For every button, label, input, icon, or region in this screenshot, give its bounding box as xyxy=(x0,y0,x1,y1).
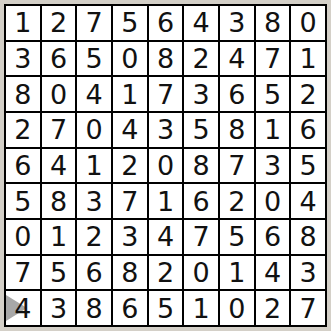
cell-digit: 6 xyxy=(193,188,210,215)
cell-digit: 2 xyxy=(14,116,31,143)
cell-digit: 4 xyxy=(264,259,281,286)
cell-digit: 0 xyxy=(264,188,281,215)
cell-r8c4[interactable]: 8 xyxy=(113,256,147,290)
cell-r3c7[interactable]: 6 xyxy=(220,77,254,111)
cell-digit: 0 xyxy=(193,259,210,286)
cell-digit: 2 xyxy=(121,152,138,179)
cell-digit: 4 xyxy=(121,116,138,143)
cell-r6c9[interactable]: 4 xyxy=(291,184,325,218)
cell-digit: 5 xyxy=(14,188,31,215)
cell-r5c2[interactable]: 4 xyxy=(42,149,76,183)
cell-r4c3[interactable]: 0 xyxy=(77,113,111,147)
cell-digit: 5 xyxy=(50,259,67,286)
cell-r7c8[interactable]: 6 xyxy=(256,220,290,254)
puzzle-screen: 1275643803650824718041736522704358166412… xyxy=(0,0,331,331)
cell-r4c4[interactable]: 4 xyxy=(113,113,147,147)
cell-digit: 7 xyxy=(121,188,138,215)
cell-digit: 0 xyxy=(121,45,138,72)
cell-r7c7[interactable]: 5 xyxy=(220,220,254,254)
cell-r2c3[interactable]: 5 xyxy=(77,42,111,76)
cell-r3c8[interactable]: 5 xyxy=(256,77,290,111)
cell-digit: 2 xyxy=(193,45,210,72)
cell-r1c8[interactable]: 8 xyxy=(256,6,290,40)
cell-digit: 8 xyxy=(228,116,245,143)
cell-digit: 3 xyxy=(193,81,210,108)
cell-digit: 4 xyxy=(86,81,103,108)
cell-digit: 3 xyxy=(14,45,31,72)
cell-r6c7[interactable]: 2 xyxy=(220,184,254,218)
cell-digit: 7 xyxy=(86,9,103,36)
cell-digit: 0 xyxy=(50,81,67,108)
cell-digit: 0 xyxy=(228,295,245,322)
cell-r4c1[interactable]: 2 xyxy=(6,113,40,147)
cell-digit: 6 xyxy=(264,223,281,250)
cell-digit: 7 xyxy=(193,223,210,250)
cell-digit: 4 xyxy=(157,223,174,250)
cell-digit: 2 xyxy=(157,259,174,286)
cell-r8c2[interactable]: 5 xyxy=(42,256,76,290)
cell-digit: 8 xyxy=(50,188,67,215)
cell-digit: 0 xyxy=(14,223,31,250)
cell-r4c9[interactable]: 6 xyxy=(291,113,325,147)
cell-digit: 3 xyxy=(157,116,174,143)
cell-digit: 8 xyxy=(193,152,210,179)
cell-r8c8[interactable]: 4 xyxy=(256,256,290,290)
cell-digit: 3 xyxy=(300,259,317,286)
cell-r6c5[interactable]: 1 xyxy=(149,184,183,218)
cell-digit: 1 xyxy=(228,259,245,286)
cell-digit: 1 xyxy=(193,295,210,322)
cell-r6c2[interactable]: 8 xyxy=(42,184,76,218)
cell-digit: 7 xyxy=(300,295,317,322)
cell-r8c1[interactable]: 7 xyxy=(6,256,40,290)
cell-r7c6[interactable]: 7 xyxy=(184,220,218,254)
cell-r7c5[interactable]: 4 xyxy=(149,220,183,254)
cell-r7c3[interactable]: 2 xyxy=(77,220,111,254)
cell-r3c1[interactable]: 8 xyxy=(6,77,40,111)
cell-r2c9[interactable]: 1 xyxy=(291,42,325,76)
cell-r1c6[interactable]: 4 xyxy=(184,6,218,40)
cell-digit: 5 xyxy=(264,81,281,108)
cell-digit: 6 xyxy=(50,45,67,72)
cell-digit: 5 xyxy=(193,116,210,143)
cell-r1c1[interactable]: 1 xyxy=(6,6,40,40)
cell-digit: 6 xyxy=(300,116,317,143)
cell-digit: 5 xyxy=(86,45,103,72)
cell-r8c5[interactable]: 2 xyxy=(149,256,183,290)
cell-r4c8[interactable]: 1 xyxy=(256,113,290,147)
cell-r5c3[interactable]: 1 xyxy=(77,149,111,183)
cell-digit: 1 xyxy=(157,188,174,215)
cell-r9c3[interactable]: 8 xyxy=(77,291,111,325)
cell-digit: 1 xyxy=(86,152,103,179)
cell-r2c8[interactable]: 7 xyxy=(256,42,290,76)
cell-digit: 2 xyxy=(86,223,103,250)
cell-digit: 0 xyxy=(300,9,317,36)
cell-digit: 0 xyxy=(86,116,103,143)
cell-r9c6[interactable]: 1 xyxy=(184,291,218,325)
cell-r3c2[interactable]: 0 xyxy=(42,77,76,111)
cell-r5c7[interactable]: 7 xyxy=(220,149,254,183)
cell-digit: 8 xyxy=(157,45,174,72)
cell-r5c1[interactable]: 6 xyxy=(6,149,40,183)
cell-digit: 5 xyxy=(228,223,245,250)
cell-digit: 6 xyxy=(14,152,31,179)
cell-r9c4[interactable]: 6 xyxy=(113,291,147,325)
cell-r6c8[interactable]: 0 xyxy=(256,184,290,218)
cell-digit: 2 xyxy=(228,188,245,215)
cell-r3c4[interactable]: 1 xyxy=(113,77,147,111)
cell-digit: 6 xyxy=(228,81,245,108)
cell-digit: 3 xyxy=(264,152,281,179)
cell-digit: 6 xyxy=(157,9,174,36)
cell-digit: 7 xyxy=(157,81,174,108)
cell-digit: 7 xyxy=(264,45,281,72)
cell-r6c6[interactable]: 6 xyxy=(184,184,218,218)
cell-r2c5[interactable]: 8 xyxy=(149,42,183,76)
cell-r3c3[interactable]: 4 xyxy=(77,77,111,111)
cell-r4c6[interactable]: 5 xyxy=(184,113,218,147)
cell-digit: 1 xyxy=(121,81,138,108)
cell-r9c1[interactable]: 4 xyxy=(6,291,40,325)
cell-digit: 8 xyxy=(300,223,317,250)
cell-r9c5[interactable]: 5 xyxy=(149,291,183,325)
cell-digit: 3 xyxy=(86,188,103,215)
cell-r4c2[interactable]: 7 xyxy=(42,113,76,147)
cell-r9c2[interactable]: 3 xyxy=(42,291,76,325)
cell-r9c8[interactable]: 2 xyxy=(256,291,290,325)
cell-r8c9[interactable]: 3 xyxy=(291,256,325,290)
cell-r3c6[interactable]: 3 xyxy=(184,77,218,111)
cell-digit: 5 xyxy=(157,295,174,322)
cell-digit: 2 xyxy=(264,295,281,322)
cell-digit: 1 xyxy=(14,9,31,36)
cell-r6c4[interactable]: 7 xyxy=(113,184,147,218)
cell-r2c7[interactable]: 4 xyxy=(220,42,254,76)
cell-r8c6[interactable]: 0 xyxy=(184,256,218,290)
cell-digit: 2 xyxy=(300,81,317,108)
cell-r9c7[interactable]: 0 xyxy=(220,291,254,325)
cell-digit: 8 xyxy=(14,81,31,108)
cell-digit: 4 xyxy=(228,45,245,72)
cell-digit: 4 xyxy=(50,152,67,179)
cell-r8c3[interactable]: 6 xyxy=(77,256,111,290)
cell-digit: 8 xyxy=(121,259,138,286)
sudoku-board: 1275643803650824718041736522704358166412… xyxy=(4,4,327,327)
cell-r5c9[interactable]: 5 xyxy=(291,149,325,183)
cell-r7c1[interactable]: 0 xyxy=(6,220,40,254)
cell-r1c4[interactable]: 5 xyxy=(113,6,147,40)
cell-r4c7[interactable]: 8 xyxy=(220,113,254,147)
cell-digit: 2 xyxy=(50,9,67,36)
cell-r3c5[interactable]: 7 xyxy=(149,77,183,111)
cell-r1c7[interactable]: 3 xyxy=(220,6,254,40)
cell-r8c7[interactable]: 1 xyxy=(220,256,254,290)
cell-r6c3[interactable]: 3 xyxy=(77,184,111,218)
cell-r2c2[interactable]: 6 xyxy=(42,42,76,76)
cell-digit: 4 xyxy=(300,188,317,215)
cell-digit: 5 xyxy=(300,152,317,179)
cell-digit: 6 xyxy=(86,259,103,286)
cell-r7c2[interactable]: 1 xyxy=(42,220,76,254)
cell-r4c5[interactable]: 3 xyxy=(149,113,183,147)
cell-digit: 1 xyxy=(300,45,317,72)
cell-r5c4[interactable]: 2 xyxy=(113,149,147,183)
cell-r9c9[interactable]: 7 xyxy=(291,291,325,325)
cell-r6c1[interactable]: 5 xyxy=(6,184,40,218)
cell-r2c1[interactable]: 3 xyxy=(6,42,40,76)
cell-r1c2[interactable]: 2 xyxy=(42,6,76,40)
cell-r5c5[interactable]: 0 xyxy=(149,149,183,183)
cell-digit: 8 xyxy=(264,9,281,36)
cell-digit: 4 xyxy=(14,295,31,322)
cell-digit: 7 xyxy=(50,116,67,143)
cell-r1c3[interactable]: 7 xyxy=(77,6,111,40)
cell-r5c8[interactable]: 3 xyxy=(256,149,290,183)
cell-digit: 1 xyxy=(50,223,67,250)
cell-digit: 4 xyxy=(193,9,210,36)
cell-digit: 6 xyxy=(121,295,138,322)
cell-r7c9[interactable]: 8 xyxy=(291,220,325,254)
cell-r3c9[interactable]: 2 xyxy=(291,77,325,111)
cell-digit: 7 xyxy=(228,152,245,179)
cell-r1c9[interactable]: 0 xyxy=(291,6,325,40)
cell-digit: 7 xyxy=(14,259,31,286)
cell-r5c6[interactable]: 8 xyxy=(184,149,218,183)
cell-r2c4[interactable]: 0 xyxy=(113,42,147,76)
cell-digit: 3 xyxy=(50,295,67,322)
cell-digit: 0 xyxy=(157,152,174,179)
cell-digit: 1 xyxy=(264,116,281,143)
cell-r2c6[interactable]: 2 xyxy=(184,42,218,76)
cell-digit: 3 xyxy=(228,9,245,36)
cell-digit: 5 xyxy=(121,9,138,36)
cell-digit: 8 xyxy=(86,295,103,322)
cell-digit: 3 xyxy=(121,223,138,250)
cell-r7c4[interactable]: 3 xyxy=(113,220,147,254)
cell-r1c5[interactable]: 6 xyxy=(149,6,183,40)
